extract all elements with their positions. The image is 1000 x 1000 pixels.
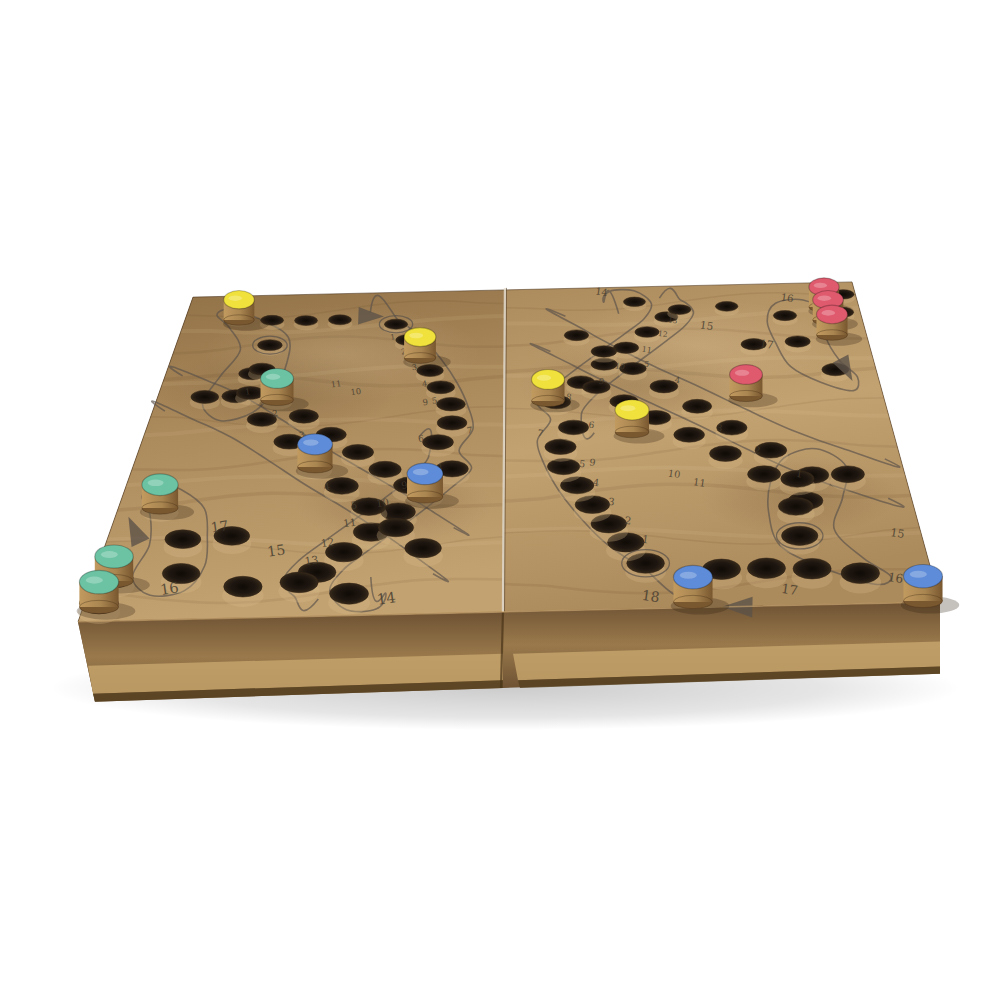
peg-top-sheen <box>537 375 552 381</box>
product-photo-scene: 1234567891011121312345910111415161712345… <box>0 0 1000 1000</box>
hole-right-39[interactable] <box>674 427 705 442</box>
peg-top-sheen <box>409 333 423 339</box>
peg-top-sheen <box>303 439 318 445</box>
hole-left-3[interactable] <box>329 315 352 325</box>
peg-top-sheen <box>148 480 164 487</box>
tock-board-photo: 1234567891011121312345910111415161712345… <box>0 0 1000 1000</box>
hole-left-27[interactable] <box>191 390 219 403</box>
peg-blue-3[interactable] <box>901 564 960 613</box>
hole-left-10[interactable] <box>437 416 467 430</box>
track-number: 14 <box>376 588 397 607</box>
hole-right-11[interactable] <box>558 420 588 435</box>
hole-right-0[interactable] <box>841 563 879 584</box>
track-number: 11 <box>693 476 707 489</box>
peg-top-sheen <box>86 577 103 584</box>
track-number: 11 <box>641 345 652 355</box>
hole-right-24[interactable] <box>773 310 796 320</box>
track-number: 12 <box>320 535 335 549</box>
hole-right-18[interactable] <box>623 297 645 306</box>
track-number: 14 <box>595 285 609 298</box>
hole-left-38[interactable] <box>289 409 318 423</box>
hole-right-31[interactable] <box>683 399 712 413</box>
hole-left-43[interactable] <box>258 340 283 351</box>
hole-left-8[interactable] <box>427 381 455 394</box>
peg-top-sheen <box>266 374 281 380</box>
peg-top-sheen <box>620 405 635 411</box>
peg-top-sheen <box>910 571 927 578</box>
hole-left-20[interactable] <box>224 576 262 597</box>
track-number: 17 <box>759 337 775 352</box>
track-number: 11 <box>330 378 342 389</box>
hole-right-38[interactable] <box>710 446 742 462</box>
track-number: 18 <box>641 587 661 605</box>
hole-left-32[interactable] <box>325 478 358 495</box>
hole-right-35[interactable] <box>564 330 588 341</box>
hole-right-1[interactable] <box>793 558 831 579</box>
track-number: 15 <box>266 541 286 559</box>
peg-top-sheen <box>821 310 835 316</box>
peg-top-sheen <box>818 295 831 301</box>
hole-right-2[interactable] <box>747 558 785 578</box>
hole-right-16[interactable] <box>635 327 659 338</box>
track-number: 16 <box>159 578 180 597</box>
hole-right-20[interactable] <box>715 301 738 311</box>
hole-left-35[interactable] <box>405 538 442 557</box>
hole-left-4[interactable] <box>384 319 407 329</box>
track-number: 13 <box>668 315 679 325</box>
track-number: 10 <box>350 386 362 397</box>
peg-top-sheen <box>680 572 697 579</box>
front-face-right-half <box>503 602 940 688</box>
hole-left-23[interactable] <box>165 530 201 549</box>
hole-left-19[interactable] <box>280 572 318 593</box>
track-number: 11 <box>342 516 357 530</box>
track-number: 16 <box>887 570 904 586</box>
hole-right-23[interactable] <box>785 336 810 347</box>
hole-left-11[interactable] <box>423 435 454 450</box>
hole-left-40[interactable] <box>342 444 373 459</box>
track-number: 12 <box>658 329 669 339</box>
hole-left-18[interactable] <box>330 583 369 604</box>
track-number: 15 <box>699 318 714 332</box>
track-number: 13 <box>304 553 320 568</box>
hole-right-44[interactable] <box>778 497 813 515</box>
track-number: 16 <box>780 291 794 304</box>
hole-left-41[interactable] <box>369 461 401 477</box>
peg-top-sheen <box>735 370 749 376</box>
peg-top-sheen <box>413 469 429 475</box>
front-face-left-half <box>78 612 503 702</box>
hole-left-2[interactable] <box>295 316 318 326</box>
hole-right-19[interactable] <box>668 305 691 315</box>
track-number: 10 <box>614 361 625 371</box>
hole-right-37[interactable] <box>748 466 781 483</box>
track-number: 10 <box>375 497 389 510</box>
track-number: 10 <box>667 467 681 480</box>
track-number: 17 <box>210 517 229 535</box>
hole-right-15[interactable] <box>613 342 638 353</box>
peg-top-sheen <box>229 295 242 301</box>
hole-right-42[interactable] <box>582 381 610 394</box>
peg-top-sheen <box>814 283 827 288</box>
hole-right-43[interactable] <box>781 526 817 545</box>
hole-right-27[interactable] <box>831 466 864 483</box>
hole-left-9[interactable] <box>437 397 466 410</box>
hole-left-34[interactable] <box>378 518 414 536</box>
track-number: 15 <box>890 526 906 541</box>
peg-top-sheen <box>101 551 118 558</box>
hole-right-34[interactable] <box>591 346 616 357</box>
track-number: 17 <box>780 581 798 598</box>
